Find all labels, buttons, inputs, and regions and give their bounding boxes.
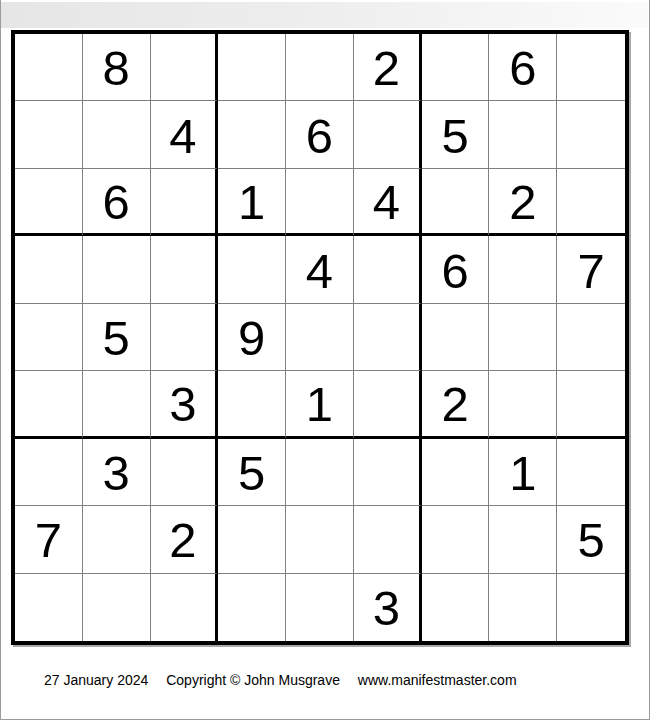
sudoku-cell-r3c3[interactable] <box>151 169 219 236</box>
sudoku-cell-r9c3[interactable] <box>151 574 219 641</box>
sudoku-cell-r7c2[interactable]: 3 <box>83 439 151 506</box>
sudoku-cell-r7c1[interactable] <box>15 439 83 506</box>
sudoku-cell-r4c1[interactable] <box>15 236 83 303</box>
sudoku-cell-r1c1[interactable] <box>15 34 83 101</box>
sudoku-cell-r7c6[interactable] <box>354 439 422 506</box>
sudoku-cell-r4c3[interactable] <box>151 236 219 303</box>
sudoku-cell-r4c9[interactable]: 7 <box>557 236 625 303</box>
sudoku-cell-r6c7[interactable]: 2 <box>422 371 490 438</box>
sudoku-cell-r6c1[interactable] <box>15 371 83 438</box>
sudoku-cell-r1c8[interactable]: 6 <box>489 34 557 101</box>
sudoku-cell-r5c7[interactable] <box>422 304 490 371</box>
footer: 27 January 2024 Copyright © John Musgrav… <box>44 672 517 688</box>
sudoku-cell-r3c8[interactable]: 2 <box>489 169 557 236</box>
sudoku-cell-r2c4[interactable] <box>218 101 286 168</box>
sudoku-cell-r8c7[interactable] <box>422 506 490 573</box>
sudoku-cell-r9c8[interactable] <box>489 574 557 641</box>
sudoku-cell-r4c2[interactable] <box>83 236 151 303</box>
sudoku-cell-r4c4[interactable] <box>218 236 286 303</box>
sudoku-cell-r9c4[interactable] <box>218 574 286 641</box>
sudoku-cell-r2c7[interactable]: 5 <box>422 101 490 168</box>
sudoku-cell-r6c3[interactable]: 3 <box>151 371 219 438</box>
sudoku-cell-r2c2[interactable] <box>83 101 151 168</box>
sudoku-cell-r3c7[interactable] <box>422 169 490 236</box>
sudoku-cell-r8c2[interactable] <box>83 506 151 573</box>
sudoku-cell-r1c4[interactable] <box>218 34 286 101</box>
sudoku-cell-r1c3[interactable] <box>151 34 219 101</box>
sudoku-cell-r6c2[interactable] <box>83 371 151 438</box>
sudoku-cell-r6c8[interactable] <box>489 371 557 438</box>
sudoku-cell-r3c2[interactable]: 6 <box>83 169 151 236</box>
sudoku-cell-r6c4[interactable] <box>218 371 286 438</box>
sudoku-cell-r7c9[interactable] <box>557 439 625 506</box>
sudoku-cell-r4c7[interactable]: 6 <box>422 236 490 303</box>
sudoku-cell-r5c6[interactable] <box>354 304 422 371</box>
sudoku-cell-r9c5[interactable] <box>286 574 354 641</box>
sudoku-cell-r6c9[interactable] <box>557 371 625 438</box>
sudoku-cell-r5c9[interactable] <box>557 304 625 371</box>
sudoku-cell-r8c9[interactable]: 5 <box>557 506 625 573</box>
sudoku-cell-r2c8[interactable] <box>489 101 557 168</box>
sudoku-cell-r6c6[interactable] <box>354 371 422 438</box>
sudoku-cell-r1c5[interactable] <box>286 34 354 101</box>
sudoku-cell-r8c5[interactable] <box>286 506 354 573</box>
sudoku-cell-r1c2[interactable]: 8 <box>83 34 151 101</box>
sudoku-cell-r7c8[interactable]: 1 <box>489 439 557 506</box>
sudoku-cell-r5c8[interactable] <box>489 304 557 371</box>
sudoku-cell-r4c6[interactable] <box>354 236 422 303</box>
sudoku-cell-r8c1[interactable]: 7 <box>15 506 83 573</box>
sudoku-cell-r5c3[interactable] <box>151 304 219 371</box>
sudoku-cell-r3c6[interactable]: 4 <box>354 169 422 236</box>
sudoku-cell-r7c3[interactable] <box>151 439 219 506</box>
sudoku-cell-r2c1[interactable] <box>15 101 83 168</box>
sudoku-cell-r8c3[interactable]: 2 <box>151 506 219 573</box>
sudoku-cell-r3c9[interactable] <box>557 169 625 236</box>
sudoku-cell-r1c6[interactable]: 2 <box>354 34 422 101</box>
sudoku-cell-r3c4[interactable]: 1 <box>218 169 286 236</box>
sudoku-cell-r4c8[interactable] <box>489 236 557 303</box>
sudoku-cell-r7c5[interactable] <box>286 439 354 506</box>
sudoku-cell-r9c2[interactable] <box>83 574 151 641</box>
footer-website: www.manifestmaster.com <box>358 672 517 688</box>
sudoku-cell-r9c7[interactable] <box>422 574 490 641</box>
sudoku-cell-r8c8[interactable] <box>489 506 557 573</box>
window-top-band <box>1 0 649 28</box>
footer-copyright: Copyright © John Musgrave <box>166 672 340 688</box>
sudoku-cell-r1c9[interactable] <box>557 34 625 101</box>
sudoku-cell-r9c1[interactable] <box>15 574 83 641</box>
sudoku-cell-r5c5[interactable] <box>286 304 354 371</box>
sudoku-cell-r3c5[interactable] <box>286 169 354 236</box>
sudoku-cell-r6c5[interactable]: 1 <box>286 371 354 438</box>
sudoku-cell-r8c6[interactable] <box>354 506 422 573</box>
sudoku-cell-r7c4[interactable]: 5 <box>218 439 286 506</box>
sudoku-grid: 8264656142467593123517253 <box>11 30 629 645</box>
sudoku-cell-r5c1[interactable] <box>15 304 83 371</box>
sudoku-cell-r9c6[interactable]: 3 <box>354 574 422 641</box>
footer-date: 27 January 2024 <box>44 672 148 688</box>
sudoku-cell-r8c4[interactable] <box>218 506 286 573</box>
sudoku-cell-r5c2[interactable]: 5 <box>83 304 151 371</box>
sudoku-cell-r3c1[interactable] <box>15 169 83 236</box>
sudoku-cell-r2c6[interactable] <box>354 101 422 168</box>
sudoku-cell-r4c5[interactable]: 4 <box>286 236 354 303</box>
sudoku-cell-r2c9[interactable] <box>557 101 625 168</box>
sudoku-cell-r2c5[interactable]: 6 <box>286 101 354 168</box>
sudoku-cell-r9c9[interactable] <box>557 574 625 641</box>
sudoku-cell-r5c4[interactable]: 9 <box>218 304 286 371</box>
sudoku-cell-r2c3[interactable]: 4 <box>151 101 219 168</box>
sudoku-cell-r7c7[interactable] <box>422 439 490 506</box>
sudoku-cell-r1c7[interactable] <box>422 34 490 101</box>
